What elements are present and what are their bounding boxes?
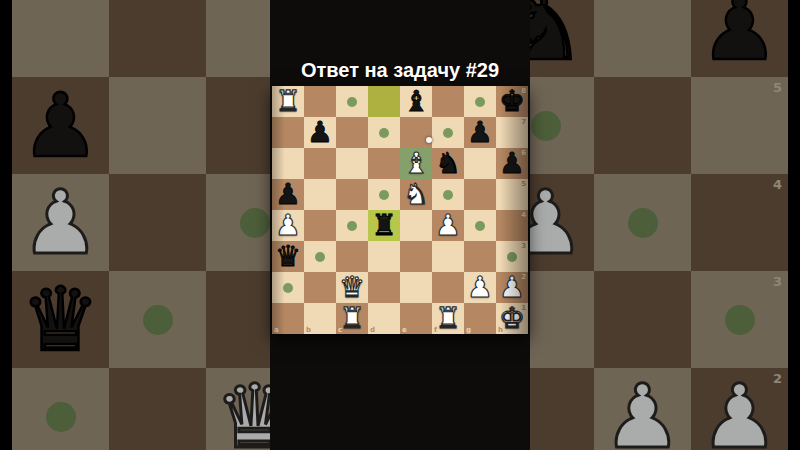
square-a7[interactable]: [272, 117, 304, 148]
square-g6[interactable]: [464, 148, 496, 179]
move-dest-dot: [725, 305, 755, 335]
rank-coordinate: 7: [521, 118, 526, 126]
black-pawn[interactable]: ♟: [304, 117, 336, 148]
file-coordinate: f: [434, 326, 437, 334]
rank-coordinate: 1: [521, 304, 526, 312]
square-d7[interactable]: [368, 117, 400, 148]
square-d2[interactable]: [368, 272, 400, 303]
square-f6[interactable]: ♞: [432, 148, 464, 179]
move-dest-dot[interactable]: [315, 252, 325, 262]
square-a5: ♟: [12, 77, 109, 174]
move-dest-dot[interactable]: [347, 221, 357, 231]
square-g4[interactable]: [464, 210, 496, 241]
move-dest-dot: [143, 305, 173, 335]
square-g5[interactable]: [464, 179, 496, 210]
move-dest-dot[interactable]: [443, 128, 453, 138]
square-b2[interactable]: [304, 272, 336, 303]
square-h6[interactable]: ♟6: [496, 148, 528, 179]
square-g2[interactable]: ♟: [464, 272, 496, 303]
move-dest-dot[interactable]: [283, 283, 293, 293]
square-c7[interactable]: [336, 117, 368, 148]
rank-coordinate: 6: [521, 149, 526, 157]
black-knight[interactable]: ♞: [432, 148, 464, 179]
black-queen[interactable]: ♛: [272, 241, 304, 272]
square-g6: [594, 0, 691, 77]
move-dest-dot: [628, 208, 658, 238]
square-a1[interactable]: a: [272, 303, 304, 334]
square-g3[interactable]: [464, 241, 496, 272]
file-coordinate: g: [466, 326, 471, 334]
square-b3: [109, 271, 206, 368]
move-dest-dot: [531, 111, 561, 141]
square-a5[interactable]: ♟: [272, 179, 304, 210]
square-e7[interactable]: [400, 117, 432, 148]
square-h6: ♟6: [691, 0, 788, 77]
cursor-dot: [426, 137, 432, 143]
square-g1[interactable]: g: [464, 303, 496, 334]
square-g2: ♟: [594, 368, 691, 450]
move-dest-dot[interactable]: [379, 190, 389, 200]
square-a2[interactable]: [272, 272, 304, 303]
square-h8[interactable]: ♚8: [496, 86, 528, 117]
rank-coordinate: 3: [773, 274, 782, 289]
square-f1[interactable]: ♜f: [432, 303, 464, 334]
white-knight[interactable]: ♞: [400, 179, 432, 210]
square-h3: 3: [691, 271, 788, 368]
square-b2: [109, 368, 206, 450]
square-e8[interactable]: ♝: [400, 86, 432, 117]
rank-coordinate: 3: [521, 242, 526, 250]
file-coordinate: d: [370, 326, 375, 334]
file-coordinate: a: [274, 326, 279, 334]
square-g3: [594, 271, 691, 368]
puzzle-title: Ответ на задачу #29: [258, 59, 542, 82]
square-h7[interactable]: 7: [496, 117, 528, 148]
square-a6[interactable]: [272, 148, 304, 179]
rank-coordinate: 4: [521, 211, 526, 219]
move-dest-dot[interactable]: [475, 221, 485, 231]
white-pawn[interactable]: ♟: [464, 272, 496, 303]
square-d4[interactable]: ♜: [368, 210, 400, 241]
square-b6[interactable]: [304, 148, 336, 179]
square-b3[interactable]: [304, 241, 336, 272]
square-h3[interactable]: 3: [496, 241, 528, 272]
black-bishop[interactable]: ♝: [400, 86, 432, 117]
square-d1[interactable]: d: [368, 303, 400, 334]
square-c6[interactable]: [336, 148, 368, 179]
rank-coordinate: 5: [773, 80, 782, 95]
square-c4[interactable]: [336, 210, 368, 241]
square-b4[interactable]: [304, 210, 336, 241]
square-f4[interactable]: ♟: [432, 210, 464, 241]
square-a3[interactable]: ♛: [272, 241, 304, 272]
square-e5[interactable]: ♞: [400, 179, 432, 210]
rank-coordinate: 2: [521, 273, 526, 281]
white-queen[interactable]: ♛: [336, 272, 368, 303]
move-dest-dot[interactable]: [443, 190, 453, 200]
white-pawn: ♟: [594, 368, 691, 450]
move-dest-dot: [240, 208, 270, 238]
square-c1[interactable]: ♜c: [336, 303, 368, 334]
square-g5: [594, 77, 691, 174]
square-g8[interactable]: [464, 86, 496, 117]
file-coordinate: b: [306, 326, 311, 334]
square-g4: [594, 174, 691, 271]
square-b4: [109, 174, 206, 271]
black-pawn[interactable]: ♟: [272, 179, 304, 210]
move-dest-dot[interactable]: [379, 128, 389, 138]
white-pawn[interactable]: ♟: [272, 210, 304, 241]
shorts-video-frame: { "app": { "title": "Ответ на задачу #29…: [0, 0, 800, 450]
square-h4[interactable]: 4: [496, 210, 528, 241]
square-a3: ♛: [12, 271, 109, 368]
square-a8[interactable]: ♜: [272, 86, 304, 117]
square-h2: ♟2: [691, 368, 788, 450]
black-queen: ♛: [12, 271, 109, 368]
white-rook[interactable]: ♜: [272, 86, 304, 117]
square-a6: [12, 0, 109, 77]
white-bishop[interactable]: ♝: [400, 148, 432, 179]
square-c5[interactable]: [336, 179, 368, 210]
move-dest-dot: [46, 402, 76, 432]
square-e3[interactable]: [400, 241, 432, 272]
square-c2[interactable]: ♛: [336, 272, 368, 303]
move-dest-dot[interactable]: [507, 252, 517, 262]
square-b8[interactable]: [304, 86, 336, 117]
white-pawn: ♟: [12, 174, 109, 271]
square-h1[interactable]: ♚1h: [496, 303, 528, 334]
move-dest-dot[interactable]: [347, 97, 357, 107]
square-f8[interactable]: [432, 86, 464, 117]
rank-coordinate: 4: [773, 177, 782, 192]
black-rook[interactable]: ♜: [368, 210, 400, 241]
move-dest-dot[interactable]: [475, 97, 485, 107]
black-pawn: ♟: [12, 77, 109, 174]
square-h5[interactable]: 5: [496, 179, 528, 210]
chess-board[interactable]: ♜♝♚8♟♟7♝♞♟6♟♞5♟♜♟4♛3♛♟♟2ab♜cde♜fg♚1h: [272, 86, 528, 334]
square-e2[interactable]: [400, 272, 432, 303]
square-c3[interactable]: [336, 241, 368, 272]
square-d6[interactable]: [368, 148, 400, 179]
white-pawn[interactable]: ♟: [432, 210, 464, 241]
black-pawn[interactable]: ♟: [464, 117, 496, 148]
rank-coordinate: 8: [521, 87, 526, 95]
square-b7[interactable]: ♟: [304, 117, 336, 148]
square-d8[interactable]: [368, 86, 400, 117]
black-pawn: ♟: [691, 0, 788, 77]
square-a4[interactable]: ♟: [272, 210, 304, 241]
rank-coordinate: 5: [521, 180, 526, 188]
square-a4: ♟: [12, 174, 109, 271]
square-b1[interactable]: b: [304, 303, 336, 334]
square-b5[interactable]: [304, 179, 336, 210]
square-c8[interactable]: [336, 86, 368, 117]
square-f7[interactable]: [432, 117, 464, 148]
square-d3[interactable]: [368, 241, 400, 272]
file-coordinate: c: [338, 326, 342, 334]
square-e1[interactable]: e: [400, 303, 432, 334]
square-a2: [12, 368, 109, 450]
square-b5: [109, 77, 206, 174]
square-d5[interactable]: [368, 179, 400, 210]
square-f3[interactable]: [432, 241, 464, 272]
square-e6[interactable]: ♝: [400, 148, 432, 179]
square-b6: [109, 0, 206, 77]
file-coordinate: e: [402, 326, 407, 334]
square-h2[interactable]: ♟2: [496, 272, 528, 303]
rank-coordinate: 2: [773, 371, 782, 386]
square-f5[interactable]: [432, 179, 464, 210]
square-g7[interactable]: ♟: [464, 117, 496, 148]
square-h5: 5: [691, 77, 788, 174]
square-h4: 4: [691, 174, 788, 271]
square-f2[interactable]: [432, 272, 464, 303]
file-coordinate: h: [498, 326, 503, 334]
square-e4[interactable]: [400, 210, 432, 241]
